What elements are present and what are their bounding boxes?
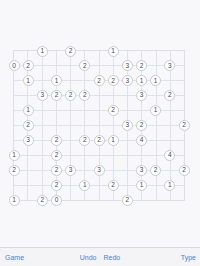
clue-circle: 1	[23, 75, 34, 86]
clue-circle: 1	[136, 180, 147, 191]
clue-circle: 3	[122, 120, 133, 131]
clue-circle: 1	[37, 46, 48, 57]
clue-circle: 2	[51, 180, 62, 191]
board-cell[interactable]	[114, 156, 127, 170]
clue-circle: 2	[23, 60, 34, 71]
clue-circle: 4	[136, 135, 147, 146]
clue-circle: 3	[136, 165, 147, 176]
clue-circle: 3	[65, 165, 76, 176]
clue-circle: 1	[79, 180, 90, 191]
clue-circle: 1	[108, 46, 119, 57]
clue-circle: 2	[94, 75, 105, 86]
clue-circle: 1	[23, 105, 34, 116]
clue-circle: 1	[108, 135, 119, 146]
clue-circle: 2	[108, 75, 119, 86]
slant-board[interactable]: 1210223231122311322232121232232221412422…	[13, 50, 185, 201]
clue-circle: 1	[9, 150, 20, 161]
board-cell[interactable]	[28, 156, 41, 170]
undo-redo-group: Undo Redo	[0, 254, 200, 261]
clue-circle: 2	[179, 120, 190, 131]
redo-button[interactable]: Redo	[104, 254, 121, 261]
clue-circle: 2	[150, 165, 161, 176]
type-menu-button[interactable]: Type	[181, 254, 196, 261]
clue-circle: 2	[23, 120, 34, 131]
bottom-toolbar: Game Undo Redo Type	[0, 247, 200, 266]
board-cell[interactable]	[43, 111, 56, 125]
clue-circle: 1	[9, 195, 20, 206]
clue-circle: 2	[51, 165, 62, 176]
clue-circle: 3	[23, 135, 34, 146]
clue-circle: 2	[9, 165, 20, 176]
clue-circle: 2	[108, 105, 119, 116]
board-cell[interactable]	[57, 111, 70, 125]
clue-circle: 2	[136, 120, 147, 131]
board-cell[interactable]	[71, 111, 84, 125]
board-cell[interactable]	[157, 126, 170, 140]
clue-circle: 2	[179, 165, 190, 176]
clue-circle: 1	[164, 180, 175, 191]
clue-circle: 2	[65, 46, 76, 57]
clue-circle: 2	[94, 135, 105, 146]
clue-circle: 3	[94, 165, 105, 176]
board-cell[interactable]	[28, 171, 41, 185]
clue-circle: 2	[37, 195, 48, 206]
clue-circle: 2	[51, 135, 62, 146]
clue-circle: 0	[9, 60, 20, 71]
clue-circle: 2	[108, 180, 119, 191]
clue-circle: 2	[122, 195, 133, 206]
board-cell[interactable]	[85, 111, 98, 125]
clue-circle: 2	[51, 150, 62, 161]
app-screen: 1210223231122311322232121232232221412422…	[0, 0, 200, 266]
undo-button[interactable]: Undo	[80, 254, 97, 261]
clue-circle: 3	[37, 90, 48, 101]
clue-circle: 0	[51, 195, 62, 206]
